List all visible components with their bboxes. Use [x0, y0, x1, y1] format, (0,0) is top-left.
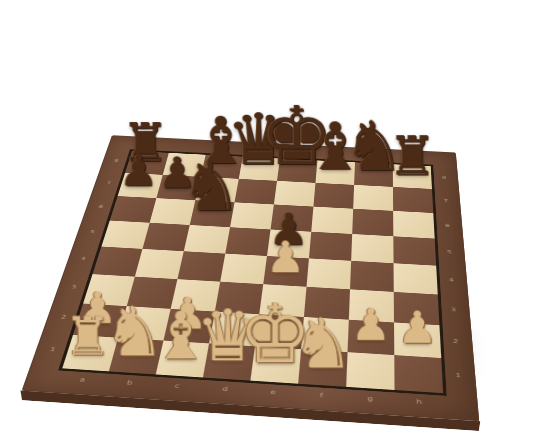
- rank-label-right-5: 5: [444, 250, 454, 255]
- white-knight-glyph: ♞: [272, 308, 372, 377]
- square-a4[interactable]: [92, 247, 142, 277]
- file-label-e: e: [248, 388, 297, 397]
- file-label-g: g: [345, 395, 394, 404]
- rank-label-right-6: 6: [442, 224, 452, 229]
- square-h4[interactable]: [393, 263, 437, 294]
- file-label-d: d: [200, 385, 249, 394]
- rank-label-left-6: 6: [95, 205, 106, 210]
- square-c5[interactable]: [183, 225, 229, 254]
- square-g4[interactable]: [349, 261, 393, 292]
- square-a6[interactable]: [109, 196, 156, 223]
- square-b5[interactable]: [142, 223, 189, 251]
- rank-label-right-4: 4: [446, 278, 457, 283]
- rank-label-right-7: 7: [441, 199, 451, 204]
- board-edge-front: [20, 391, 480, 431]
- file-label-b: b: [105, 379, 154, 388]
- rank-label-right-1: 1: [452, 373, 464, 380]
- square-h5[interactable]: [393, 236, 436, 265]
- square-a5[interactable]: [101, 221, 149, 249]
- chessboard-frame: abcdefgh1122334455667788♜♝♛♚♝♞♜♟♟♞♟♟♟♟♟♟…: [21, 135, 479, 421]
- square-f7[interactable]: [313, 183, 354, 209]
- perspective-wrapper: abcdefgh1122334455667788♜♝♛♚♝♞♜♟♟♞♟♟♟♟♟♟…: [0, 0, 533, 444]
- square-h7[interactable]: [392, 187, 432, 213]
- file-label-f: f: [296, 391, 345, 400]
- board-edge-right: [455, 153, 479, 426]
- white-pawn-glyph: ♟: [368, 305, 465, 349]
- square-g6[interactable]: [352, 209, 393, 237]
- black-knight-glyph: ♞: [168, 152, 253, 220]
- rank-label-left-5: 5: [86, 230, 97, 235]
- rank-label-left-4: 4: [77, 256, 88, 261]
- black-rook-glyph: ♜: [371, 129, 452, 183]
- file-label-c: c: [152, 382, 201, 391]
- square-h1[interactable]: [394, 355, 443, 393]
- square-g7[interactable]: [353, 185, 393, 211]
- chessboard-photo: abcdefgh1122334455667788♜♝♛♚♝♞♜♟♟♞♟♟♟♟♟♟…: [0, 0, 533, 444]
- file-label-a: a: [57, 376, 106, 385]
- white-pawn-glyph: ♟: [240, 236, 330, 279]
- square-g5[interactable]: [351, 234, 393, 263]
- square-c4[interactable]: [177, 251, 225, 281]
- file-label-h: h: [394, 398, 443, 407]
- square-b4[interactable]: [134, 249, 183, 279]
- square-h6[interactable]: [393, 211, 435, 239]
